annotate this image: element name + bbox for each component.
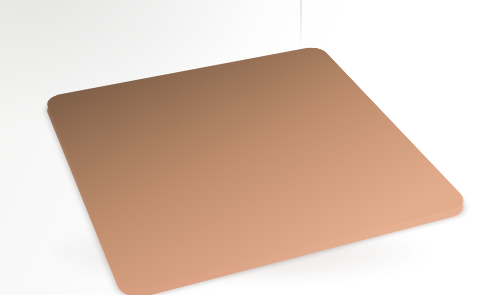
piece-cast-shadow <box>44 40 319 91</box>
piece-cast-shadow <box>44 40 319 91</box>
piece-top-face <box>44 40 319 91</box>
square-c5 <box>44 40 319 91</box>
piece-side <box>44 40 319 91</box>
piece-side <box>44 40 319 91</box>
square-b4 <box>44 40 319 91</box>
square-f7 <box>44 40 319 91</box>
piece-side <box>44 40 319 91</box>
piece-side <box>44 40 319 91</box>
piece-side <box>44 40 319 91</box>
square-e6 <box>44 40 319 91</box>
piece-top-face <box>44 40 319 91</box>
piece-top-face <box>44 40 319 91</box>
square-c6 <box>44 40 319 91</box>
piece-cast-shadow <box>44 40 319 91</box>
piece-cast-shadow <box>44 40 319 91</box>
light-piece-a6 <box>44 40 319 91</box>
piece-top-face <box>44 40 319 91</box>
light-piece-c5 <box>44 40 319 91</box>
square-b7 <box>44 40 319 91</box>
piece-top-face <box>44 40 319 91</box>
piece-cast-shadow <box>44 40 319 91</box>
piece-side <box>44 40 319 91</box>
square-e2 <box>44 40 319 91</box>
piece-side <box>44 40 319 91</box>
piece-side <box>44 40 319 91</box>
square-b3 <box>44 40 319 91</box>
dark-piece-h4 <box>44 40 319 91</box>
dark-piece-h6 <box>44 40 319 91</box>
dark-piece-g1 <box>44 40 319 91</box>
light-piece-a8 <box>44 40 319 91</box>
piece-side <box>44 40 319 91</box>
playing-field <box>44 40 319 91</box>
piece-side <box>44 40 319 91</box>
piece-side <box>44 40 319 91</box>
piece-side <box>44 40 319 91</box>
piece-side <box>44 40 319 91</box>
piece-top-face <box>44 40 319 91</box>
piece-side <box>44 40 319 91</box>
piece-side <box>44 40 319 91</box>
piece-top-face <box>44 40 319 91</box>
square-g6 <box>44 40 319 91</box>
square-b1 <box>44 40 319 91</box>
piece-side <box>44 40 319 91</box>
square-c4 <box>44 40 319 91</box>
square-c3 <box>44 40 319 91</box>
square-a6 <box>44 40 319 91</box>
piece-side <box>44 40 319 91</box>
dark-piece-h2 <box>44 40 319 91</box>
piece-top-face <box>44 40 319 91</box>
piece-side <box>44 40 319 91</box>
piece-side <box>44 40 319 91</box>
square-a1 <box>44 40 319 91</box>
piece-side <box>44 40 319 91</box>
piece-cast-shadow <box>44 40 319 91</box>
piece-side <box>44 40 319 91</box>
piece-side <box>44 40 319 91</box>
light-piece-a2 <box>44 40 319 91</box>
piece-top-face <box>44 40 319 91</box>
square-h2 <box>44 40 319 91</box>
square-f8 <box>44 40 319 91</box>
piece-side <box>44 40 319 91</box>
piece-side <box>44 40 319 91</box>
piece-side <box>44 40 319 91</box>
piece-top-face <box>44 40 319 91</box>
square-g1 <box>44 40 319 91</box>
square-h3 <box>44 40 319 91</box>
square-c1 <box>44 40 319 91</box>
piece-side <box>44 40 319 91</box>
piece-side <box>44 40 319 91</box>
piece-side <box>44 40 319 91</box>
piece-cast-shadow <box>44 40 319 91</box>
square-f5 <box>44 40 319 91</box>
square-g7 <box>44 40 319 91</box>
piece-cast-shadow <box>44 40 319 91</box>
square-e5 <box>44 40 319 91</box>
piece-cast-shadow <box>44 40 319 91</box>
piece-side <box>44 40 319 91</box>
piece-side <box>44 40 319 91</box>
square-a7 <box>44 40 319 91</box>
square-c7 <box>44 40 319 91</box>
square-h6 <box>44 40 319 91</box>
square-d6 <box>44 40 319 91</box>
piece-side <box>44 40 319 91</box>
square-e8 <box>44 40 319 91</box>
square-a8 <box>44 40 319 91</box>
square-b6 <box>44 40 319 91</box>
piece-side <box>44 40 319 91</box>
square-g8 <box>44 40 319 91</box>
piece-side <box>44 40 319 91</box>
square-a3 <box>44 40 319 91</box>
square-h7 <box>44 40 319 91</box>
square-a5 <box>44 40 319 91</box>
piece-top-face <box>44 40 319 91</box>
square-b5 <box>44 40 319 91</box>
square-h8 <box>44 40 319 91</box>
dark-piece-h8 <box>44 40 319 91</box>
piece-top-face <box>44 40 319 91</box>
square-c2 <box>44 40 319 91</box>
square-d8 <box>44 40 319 91</box>
piece-side <box>44 40 319 91</box>
dark-piece-g7 <box>44 40 319 91</box>
piece-side <box>44 40 319 91</box>
piece-side <box>44 40 319 91</box>
piece-cast-shadow <box>44 40 319 91</box>
piece-side <box>44 40 319 91</box>
square-f3 <box>44 40 319 91</box>
square-f4 <box>44 40 319 91</box>
square-b8 <box>44 40 319 91</box>
square-g4 <box>44 40 319 91</box>
square-f6 <box>44 40 319 91</box>
piece-side <box>44 40 319 91</box>
square-f1 <box>44 40 319 91</box>
light-piece-c3 <box>44 40 319 91</box>
piece-cast-shadow <box>44 40 319 91</box>
square-e7 <box>44 40 319 91</box>
piece-cast-shadow <box>44 40 319 91</box>
piece-side <box>44 40 319 91</box>
piece-top-face <box>44 40 319 91</box>
square-h1 <box>44 40 319 91</box>
piece-side <box>44 40 319 91</box>
piece-top-face <box>44 40 319 91</box>
square-e4 <box>44 40 319 91</box>
square-e3 <box>44 40 319 91</box>
square-d5 <box>44 40 319 91</box>
piece-side <box>44 40 319 91</box>
square-d3 <box>44 40 319 91</box>
piece-side <box>44 40 319 91</box>
piece-side <box>44 40 319 91</box>
piece-side <box>44 40 319 91</box>
square-e1 <box>44 40 319 91</box>
piece-side <box>44 40 319 91</box>
light-piece-c1 <box>44 40 319 91</box>
piece-side <box>44 40 319 91</box>
piece-side <box>44 40 319 91</box>
square-d4 <box>44 40 319 91</box>
piece-side <box>44 40 319 91</box>
piece-side <box>44 40 319 91</box>
piece-side <box>44 40 319 91</box>
light-piece-c7 <box>44 40 319 91</box>
piece-top-face <box>44 40 319 91</box>
square-c8 <box>44 40 319 91</box>
square-h4 <box>44 40 319 91</box>
dark-piece-g3 <box>44 40 319 91</box>
square-a2 <box>44 40 319 91</box>
light-piece-a4 <box>44 40 319 91</box>
piece-side <box>44 40 319 91</box>
piece-side <box>44 40 319 91</box>
square-d2 <box>44 40 319 91</box>
square-f2 <box>44 40 319 91</box>
piece-side <box>44 40 319 91</box>
square-d7 <box>44 40 319 91</box>
backdrop-seam <box>300 0 302 48</box>
product-photo-stage <box>0 0 500 295</box>
piece-side <box>44 40 319 91</box>
piece-side <box>44 40 319 91</box>
piece-side <box>44 40 319 91</box>
piece-side <box>44 40 319 91</box>
square-g2 <box>44 40 319 91</box>
piece-side <box>44 40 319 91</box>
square-h5 <box>44 40 319 91</box>
piece-side <box>44 40 319 91</box>
piece-cast-shadow <box>44 40 319 91</box>
square-g5 <box>44 40 319 91</box>
piece-side <box>44 40 319 91</box>
piece-cast-shadow <box>44 40 319 91</box>
piece-cast-shadow <box>44 40 319 91</box>
square-b2 <box>44 40 319 91</box>
square-a4 <box>44 40 319 91</box>
square-g3 <box>44 40 319 91</box>
dark-piece-g5 <box>44 40 319 91</box>
square-d1 <box>44 40 319 91</box>
piece-cast-shadow <box>44 40 319 91</box>
piece-side <box>44 40 319 91</box>
piece-top-face <box>44 40 319 91</box>
piece-side <box>44 40 319 91</box>
piece-side <box>44 40 319 91</box>
piece-side <box>44 40 319 91</box>
